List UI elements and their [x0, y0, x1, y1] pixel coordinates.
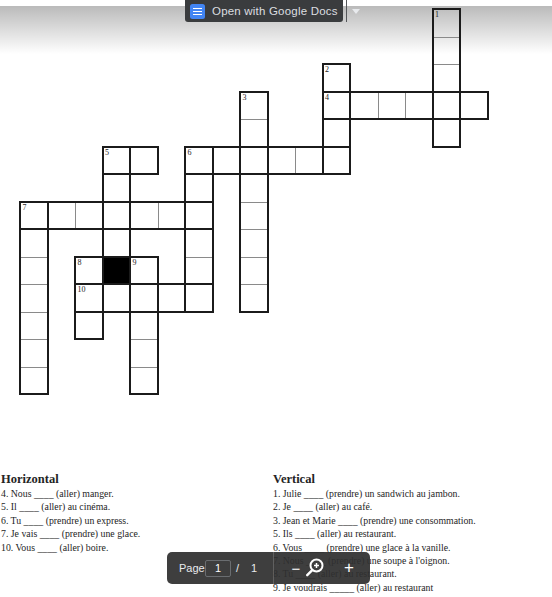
- grid-cell: [295, 147, 323, 175]
- cell-number: 2: [325, 66, 329, 74]
- grid-cell: [405, 92, 433, 120]
- cell-number: 4: [325, 94, 329, 102]
- grid-cell: [130, 147, 158, 175]
- grid-cell: [103, 202, 131, 230]
- grid-cell: [433, 64, 461, 92]
- google-docs-icon: [190, 4, 205, 19]
- grid-cell: [130, 312, 158, 340]
- grid-cell: [323, 147, 351, 175]
- clue-horizontal-7: 7. Je vais ____ (prendre) une glace.: [1, 527, 269, 540]
- grid-cell: [130, 202, 158, 230]
- grid-cell: [240, 174, 268, 202]
- magnifier-icon[interactable]: [304, 557, 326, 579]
- clue-horizontal-6: 6. Tu ____ (prendre) un express.: [1, 514, 269, 527]
- clue-vertical-1: 1. Julie ____ (prendre) un sandwich au j…: [273, 487, 552, 500]
- page-count-separator: /: [236, 552, 239, 584]
- grid-cell: [213, 147, 241, 175]
- cell-number: 1: [435, 11, 439, 19]
- clue-vertical-3: 3. Jean et Marie ____ (prendre) une cons…: [273, 514, 552, 527]
- grid-cell: [20, 339, 48, 367]
- zoom-in-button[interactable]: +: [340, 552, 358, 584]
- crossword-grid: 12345678910: [0, 0, 552, 470]
- black-cell: [102, 256, 132, 286]
- grid-cell: [268, 147, 296, 175]
- grid-cell: [185, 174, 213, 202]
- cell-number: 3: [243, 94, 247, 102]
- grid-cell: [20, 229, 48, 257]
- grid-cell: [433, 119, 461, 147]
- cell-number: 9: [133, 259, 137, 267]
- grid-cell: [433, 37, 461, 65]
- open-with-label: Open with Google Docs: [212, 5, 338, 17]
- grid-cell: [378, 92, 406, 120]
- grid-cell: [240, 229, 268, 257]
- grid-cell: [20, 312, 48, 340]
- grid-cell: [103, 229, 131, 257]
- grid-cell: [158, 202, 186, 230]
- grid-cell: [130, 339, 158, 367]
- page-toolbar: Page 1 / 1 − +: [167, 552, 370, 584]
- grid-cell: [460, 92, 488, 120]
- clue-horizontal-4: 4. Nous ____ (aller) manger.: [1, 487, 269, 500]
- clue-vertical-2: 2. Je ____ (aller) au café.: [273, 500, 552, 513]
- grid-cell: [130, 284, 158, 312]
- grid-cell: [103, 284, 131, 312]
- page-label: Page: [179, 552, 205, 584]
- cell-number: 8: [78, 259, 82, 267]
- grid-cell: [240, 119, 268, 147]
- grid-cell: [240, 257, 268, 285]
- grid-cell: [20, 284, 48, 312]
- chevron-down-icon: [352, 9, 360, 14]
- grid-cell: [185, 202, 213, 230]
- grid-cell: [103, 174, 131, 202]
- grid-cell: [240, 284, 268, 312]
- grid-cell: [185, 257, 213, 285]
- clue-vertical-5: 5. Ils ____ (aller) au restaurant.: [273, 527, 552, 540]
- cell-number: 10: [78, 286, 86, 294]
- open-with-dropdown-button[interactable]: [347, 0, 366, 22]
- horizontal-clues-section: Horizontal 4. Nous ____ (aller) manger.5…: [1, 472, 269, 554]
- horizontal-clues-header: Horizontal: [1, 472, 269, 486]
- grid-cell: [130, 367, 158, 395]
- horizontal-clues-list: 4. Nous ____ (aller) manger.5. Il ____ (…: [1, 487, 269, 554]
- grid-cell: [158, 284, 186, 312]
- grid-cell: [433, 92, 461, 120]
- current-page-input[interactable]: 1: [205, 560, 231, 577]
- grid-cell: [75, 312, 103, 340]
- grid-cell: [350, 92, 378, 120]
- total-pages: 1: [251, 552, 257, 584]
- vertical-clues-header: Vertical: [273, 472, 552, 486]
- toolbar-divider: [273, 552, 274, 584]
- grid-cell: [75, 202, 103, 230]
- open-with-google-docs-button[interactable]: Open with Google Docs: [185, 0, 343, 22]
- grid-cell: [185, 284, 213, 312]
- grid-cell: [185, 229, 213, 257]
- grid-cell: [20, 367, 48, 395]
- grid-cell: [323, 119, 351, 147]
- clue-horizontal-5: 5. Il ____ (aller) au cinéma.: [1, 500, 269, 513]
- cell-number: 5: [105, 149, 109, 157]
- grid-cell: [20, 257, 48, 285]
- grid-cell: [240, 147, 268, 175]
- cell-number: 6: [188, 149, 192, 157]
- grid-cell: [48, 202, 76, 230]
- zoom-out-button[interactable]: −: [287, 552, 305, 584]
- cell-number: 7: [23, 204, 27, 212]
- grid-cell: [240, 202, 268, 230]
